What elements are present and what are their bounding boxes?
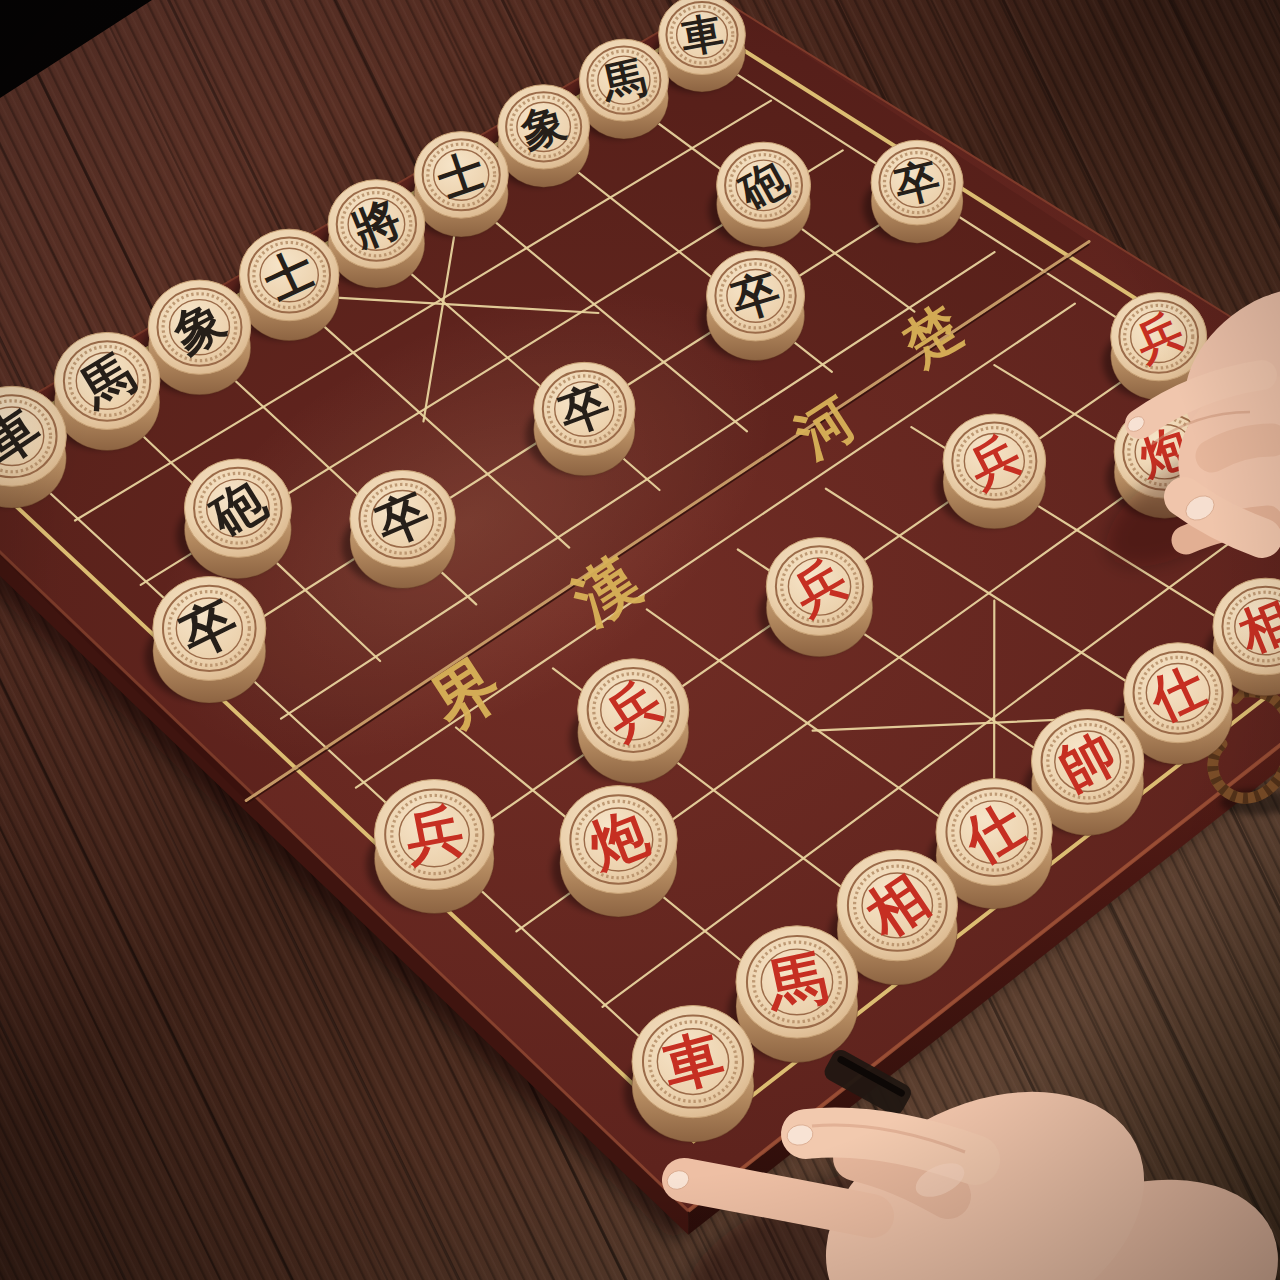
photo-scene: 楚 河 漢 界 車馬象士卒砲將士卒象兵馬卒車炮兵車砲卒馬兵相卒仕兵帥仕兵炮相馬車 [0, 0, 1280, 1280]
photo-vignette [0, 0, 1280, 1280]
xiangqi-scene: 楚 河 漢 界 車馬象士卒砲將士卒象兵馬卒車炮兵車砲卒馬兵相卒仕兵帥仕兵炮相馬車 [0, 0, 1280, 1280]
